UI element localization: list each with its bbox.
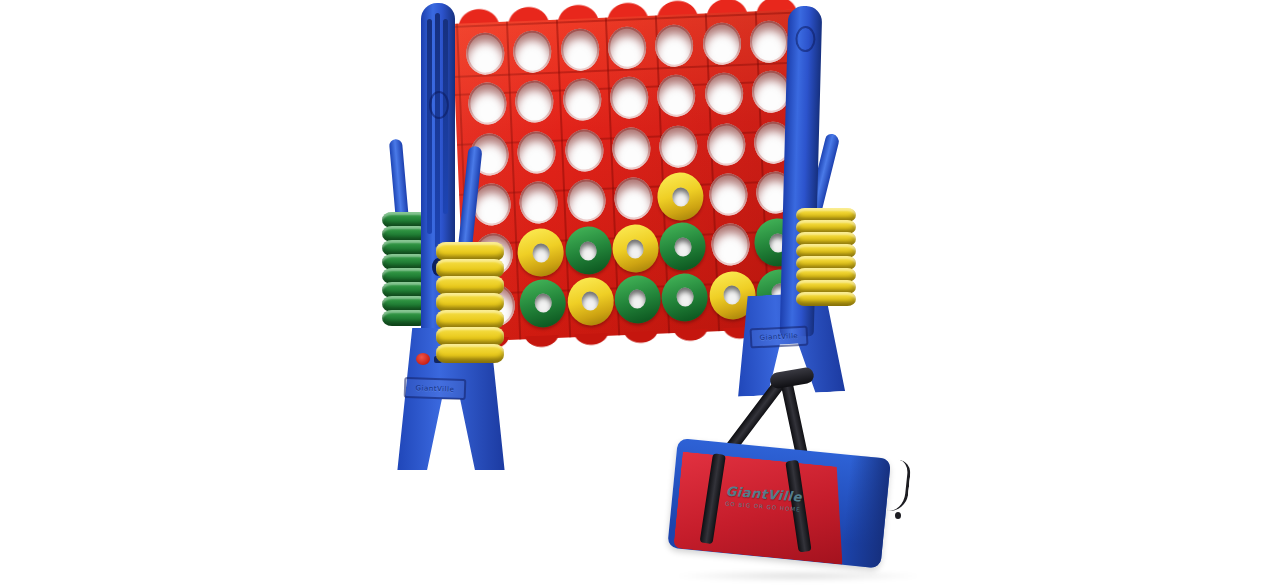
carry-bag: GiantVille GO BIG OR GO HOME	[648, 364, 948, 585]
hole	[566, 179, 606, 223]
post-groove	[435, 13, 440, 248]
cell-r2c1	[462, 78, 511, 130]
cell-r3c3	[559, 124, 609, 176]
cell-r1c6	[697, 18, 746, 70]
disc-center-hole	[534, 293, 552, 313]
cell-r1c2	[508, 26, 557, 78]
cell-r5c3	[563, 225, 613, 277]
disc-center-hole	[627, 239, 645, 259]
cell-r1c5	[650, 20, 700, 72]
right-leg-nameplate: GiantVille	[750, 325, 809, 348]
cell-r2c2	[510, 76, 559, 128]
cell-r1c1	[460, 28, 509, 80]
bag-drawstring	[887, 459, 911, 513]
board-grid	[460, 16, 804, 332]
green-disc	[564, 226, 612, 276]
cell-r3c2	[512, 126, 561, 178]
hole	[562, 78, 602, 122]
hole	[607, 26, 647, 70]
post-oval-indent	[795, 26, 816, 53]
green-disc	[519, 278, 567, 328]
yellow-disc	[566, 276, 614, 326]
yellow-disc	[657, 172, 705, 222]
hole	[519, 181, 559, 225]
yellow-stack-disc	[436, 344, 504, 363]
disc-center-hole	[676, 287, 694, 307]
cell-r3c6	[701, 118, 750, 170]
left-leg-nameplate: GiantVille	[404, 377, 467, 400]
yellow-stack-disc	[796, 292, 856, 306]
cell-r5c6	[706, 219, 755, 271]
hole	[515, 80, 555, 124]
cell-r4c5	[656, 171, 706, 223]
board-panel	[452, 9, 813, 341]
bag-drawstring-knot	[895, 512, 901, 519]
hole	[560, 28, 600, 72]
hole	[512, 30, 552, 74]
hole	[564, 129, 604, 173]
post-oval-indent	[429, 91, 449, 119]
post-groove	[427, 19, 432, 234]
disc-center-hole	[532, 243, 550, 263]
connect-four-board	[452, 9, 813, 341]
left-leg-nameplate-text: GiantVille	[416, 384, 455, 393]
disc-center-hole	[724, 285, 742, 305]
hole	[614, 177, 654, 221]
cell-r4c6	[703, 169, 752, 221]
disc-center-hole	[674, 237, 692, 257]
hole	[467, 82, 507, 126]
green-disc	[614, 274, 662, 324]
hole	[465, 32, 505, 76]
cell-r2c4	[605, 72, 654, 124]
yellow-disc	[517, 228, 565, 278]
cell-r5c5	[658, 221, 708, 273]
cell-r6c3	[566, 275, 616, 327]
product-photo-giant-connect-four: GiantVille GiantVille GiantVille GO BIG …	[0, 0, 1280, 585]
hole	[706, 123, 746, 167]
bag-body: GiantVille GO BIG OR GO HOME	[667, 438, 891, 568]
hole	[657, 74, 697, 118]
cell-r6c4	[613, 273, 662, 325]
cell-r4c3	[561, 175, 611, 227]
cell-r4c4	[609, 173, 658, 225]
hole	[655, 24, 695, 68]
hole	[749, 20, 789, 64]
cell-r1c3	[555, 24, 605, 76]
cell-r5c2	[516, 227, 565, 279]
disc-center-hole	[672, 187, 690, 207]
right-leg-nameplate-text: GiantVille	[760, 332, 799, 342]
cell-r6c5	[660, 271, 710, 323]
cell-r3c4	[607, 122, 656, 174]
hole	[611, 127, 651, 171]
yellow-disc-stack-left	[436, 244, 504, 363]
green-disc	[661, 272, 709, 322]
hole	[702, 22, 742, 66]
hole	[517, 131, 557, 175]
hole	[609, 76, 649, 120]
cell-r3c5	[654, 120, 704, 172]
disc-center-hole	[629, 289, 647, 309]
cell-r4c2	[514, 177, 563, 229]
cell-r6c2	[518, 277, 567, 329]
green-disc	[659, 222, 707, 272]
cell-r2c5	[652, 70, 702, 122]
hole	[710, 223, 750, 267]
cell-r1c4	[602, 22, 651, 74]
yellow-disc-stack-right	[796, 210, 856, 306]
cell-r5c4	[611, 223, 660, 275]
hole	[704, 72, 744, 116]
hole	[708, 173, 748, 217]
disc-center-hole	[579, 241, 597, 261]
bag-shadow	[672, 570, 924, 582]
yellow-disc	[612, 224, 660, 274]
cell-r2c6	[699, 68, 748, 120]
red-knob	[416, 353, 430, 365]
disc-center-hole	[581, 291, 599, 311]
cell-r2c3	[557, 74, 607, 126]
hole	[659, 125, 699, 169]
bag-end-cap	[840, 455, 891, 568]
